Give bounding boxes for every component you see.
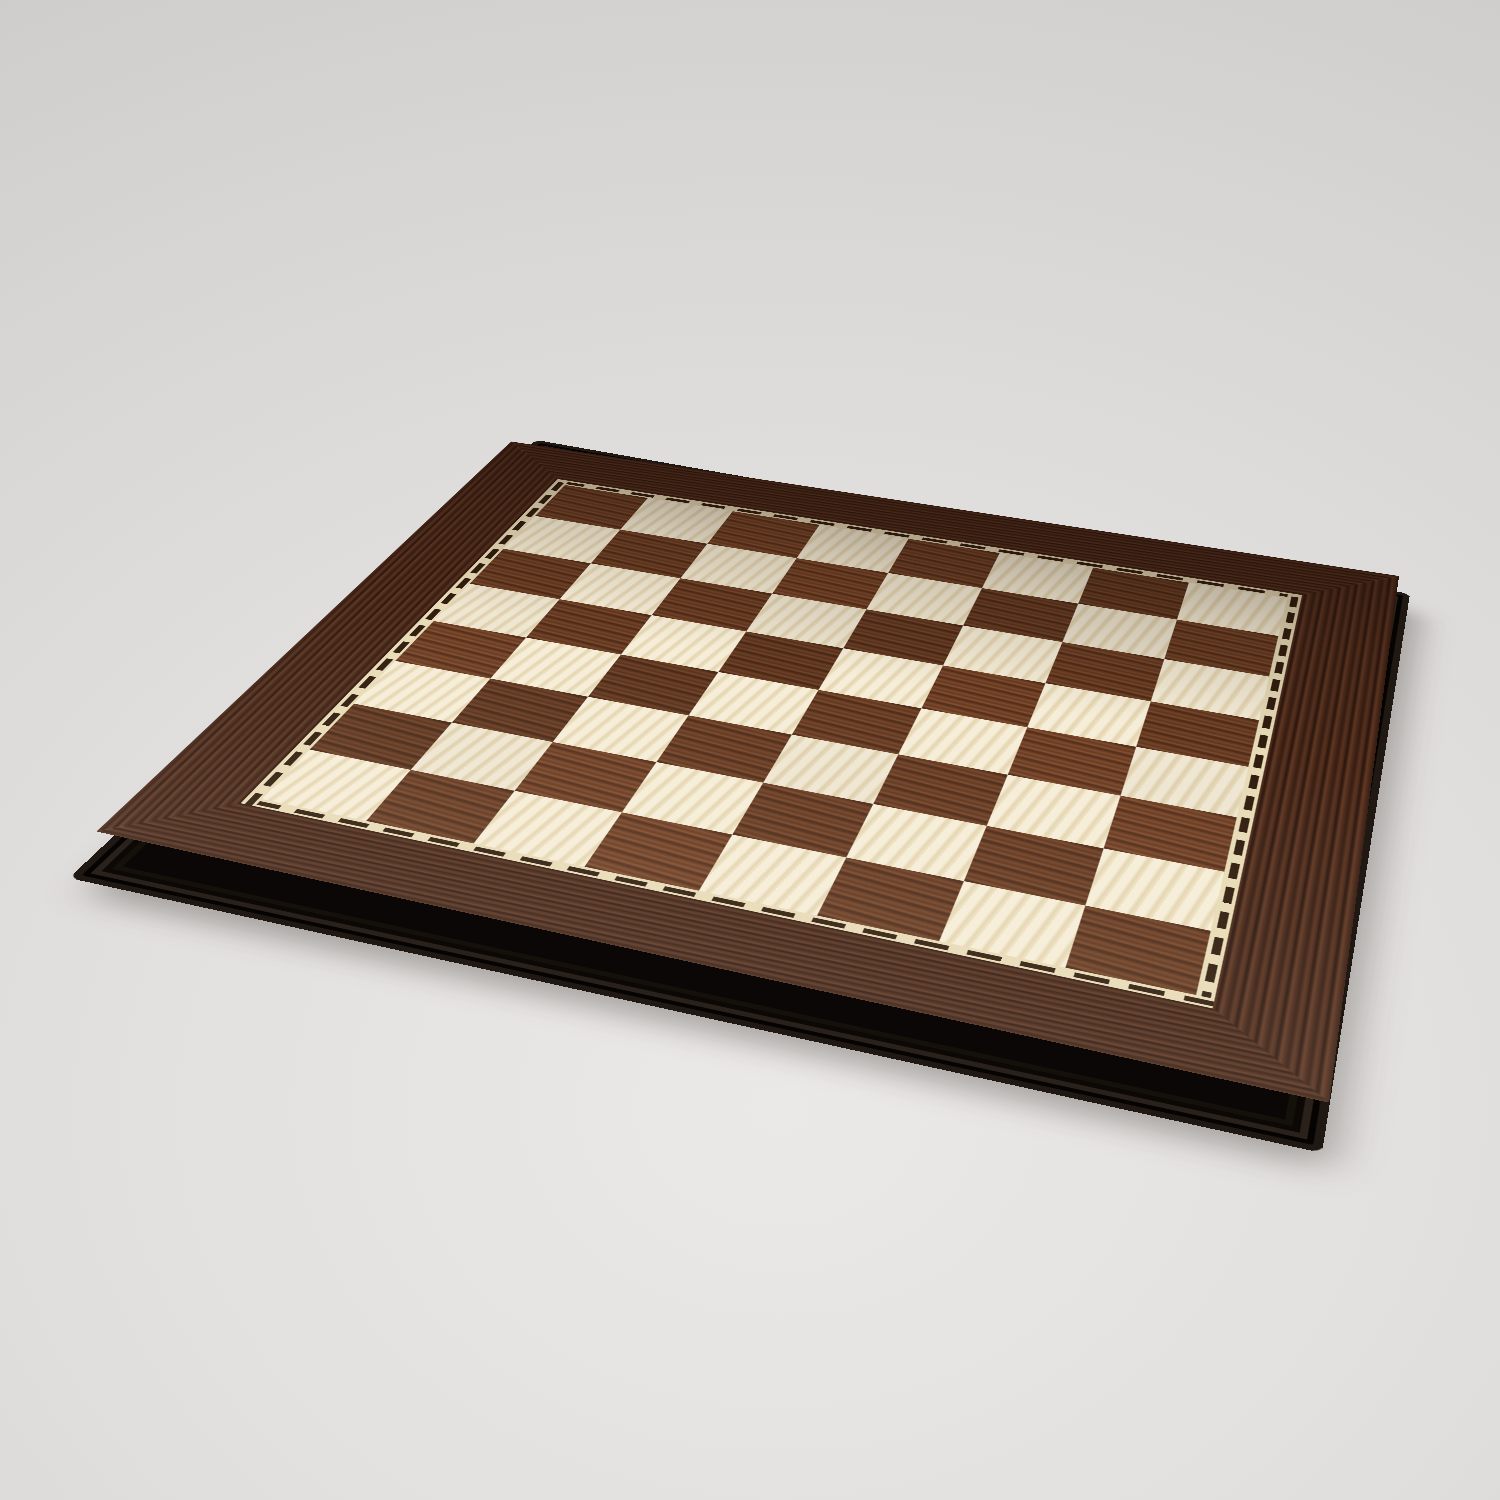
chess-board	[0, 391, 1500, 1262]
caption: Empty rosewood and maple chessboard with…	[0, 21, 1, 22]
scene: Empty rosewood and maple chessboard with…	[0, 0, 1500, 1500]
